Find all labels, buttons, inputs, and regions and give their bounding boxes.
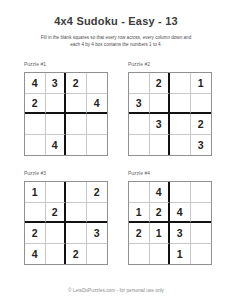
sudoku-cell-given: 4: [170, 203, 191, 224]
sudoku-cell-blank: [170, 94, 191, 115]
copyright-footer: © LetsDoPuzzles.com - for personal use o…: [0, 288, 232, 293]
sudoku-cell-given: 3: [129, 94, 150, 115]
sudoku-cell-given: 1: [25, 182, 46, 203]
puzzle-label: Puzzle #2: [128, 61, 212, 67]
sudoku-cell-blank: [170, 182, 191, 203]
sudoku-cell-given: 1: [170, 244, 191, 265]
sudoku-cell-blank: [46, 94, 67, 115]
sudoku-board-2: 213323: [128, 72, 212, 156]
sudoku-cell-given: 3: [170, 223, 191, 244]
sudoku-cell-blank: [129, 182, 150, 203]
sudoku-cell-blank: [87, 73, 108, 94]
puzzle-3: Puzzle #3 1222342: [24, 170, 108, 265]
sudoku-cell-blank: [46, 114, 67, 135]
sudoku-cell-blank: [191, 182, 212, 203]
sudoku-cell-blank: [129, 244, 150, 265]
sudoku-cell-given: 4: [25, 73, 46, 94]
sudoku-cell-blank: [150, 244, 171, 265]
sudoku-cell-given: 2: [129, 223, 150, 244]
puzzle-grid-area: Puzzle #1 432244 Puzzle #2 213323 Puzzle…: [24, 61, 232, 265]
sudoku-cell-blank: [46, 182, 67, 203]
sudoku-cell-blank: [66, 135, 87, 156]
sudoku-cell-given: 2: [87, 182, 108, 203]
sudoku-cell-given: 2: [46, 203, 67, 224]
sudoku-board-3: 1222342: [24, 181, 108, 265]
sudoku-cell-blank: [150, 135, 171, 156]
sudoku-cell-blank: [66, 114, 87, 135]
sudoku-cell-given: 1: [129, 203, 150, 224]
sudoku-cell-blank: [25, 135, 46, 156]
sudoku-cell-blank: [191, 203, 212, 224]
sudoku-cell-blank: [191, 94, 212, 115]
puzzle-4: Puzzle #4 41242131: [128, 170, 212, 265]
sudoku-cell-blank: [129, 135, 150, 156]
sudoku-cell-given: 2: [66, 244, 87, 265]
instructions-line-2: each 4 by 4 box contains the numbers 1 t…: [0, 41, 232, 48]
sudoku-cell-given: 2: [150, 73, 171, 94]
sudoku-cell-given: 2: [66, 73, 87, 94]
puzzle-2: Puzzle #2 213323: [128, 61, 212, 156]
sudoku-cell-given: 1: [150, 223, 171, 244]
sudoku-cell-given: 4: [46, 135, 67, 156]
page-title: 4x4 Sudoku - Easy - 13: [0, 0, 232, 27]
sudoku-cell-blank: [191, 244, 212, 265]
sudoku-cell-given: 2: [191, 114, 212, 135]
sudoku-board-4: 41242131: [128, 181, 212, 265]
sudoku-cell-blank: [150, 94, 171, 115]
sudoku-cell-given: 4: [150, 182, 171, 203]
puzzle-label: Puzzle #3: [24, 170, 108, 176]
puzzle-label: Puzzle #4: [128, 170, 212, 176]
sudoku-cell-blank: [170, 73, 191, 94]
sudoku-cell-blank: [66, 94, 87, 115]
worksheet-page: 4x4 Sudoku - Easy - 13 Fill in the blank…: [0, 0, 232, 300]
sudoku-cell-blank: [87, 203, 108, 224]
sudoku-cell-blank: [170, 135, 191, 156]
sudoku-cell-given: 3: [150, 114, 171, 135]
sudoku-cell-blank: [46, 244, 67, 265]
puzzle-1: Puzzle #1 432244: [24, 61, 108, 156]
sudoku-cell-blank: [46, 223, 67, 244]
sudoku-cell-blank: [25, 203, 46, 224]
sudoku-cell-blank: [191, 223, 212, 244]
sudoku-cell-blank: [129, 73, 150, 94]
sudoku-cell-given: 2: [25, 223, 46, 244]
sudoku-cell-given: 3: [87, 223, 108, 244]
sudoku-cell-given: 4: [25, 244, 46, 265]
sudoku-cell-given: 3: [46, 73, 67, 94]
instructions: Fill in the blank squares so that every …: [0, 34, 232, 48]
sudoku-cell-blank: [66, 182, 87, 203]
sudoku-cell-blank: [87, 244, 108, 265]
sudoku-cell-given: 4: [87, 94, 108, 115]
sudoku-cell-given: 2: [150, 203, 171, 224]
sudoku-cell-given: 1: [191, 73, 212, 94]
puzzle-label: Puzzle #1: [24, 61, 108, 67]
sudoku-cell-given: 2: [25, 94, 46, 115]
sudoku-cell-given: 3: [191, 135, 212, 156]
sudoku-cell-blank: [129, 114, 150, 135]
sudoku-cell-blank: [66, 223, 87, 244]
sudoku-cell-blank: [170, 114, 191, 135]
sudoku-cell-blank: [87, 114, 108, 135]
sudoku-board-1: 432244: [24, 72, 108, 156]
sudoku-cell-blank: [87, 135, 108, 156]
sudoku-cell-blank: [66, 203, 87, 224]
instructions-line-1: Fill in the blank squares so that every …: [0, 34, 232, 41]
sudoku-cell-blank: [25, 114, 46, 135]
